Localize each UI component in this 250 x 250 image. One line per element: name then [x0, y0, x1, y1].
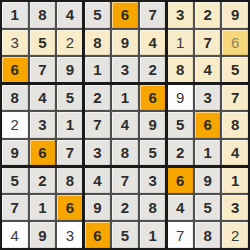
cell-r2c4[interactable]: 8: [85, 30, 111, 56]
cell-r1c2[interactable]: 8: [30, 2, 56, 28]
cell-r8c8[interactable]: 5: [195, 195, 221, 221]
cell-r8c2[interactable]: 1: [30, 195, 56, 221]
cell-r7c6[interactable]: 3: [140, 167, 166, 193]
cell-r5c9[interactable]: 8: [222, 112, 248, 138]
cell-r8c6[interactable]: 8: [140, 195, 166, 221]
sudoku-board: 1845673293528941766791328458452169372317…: [0, 0, 250, 250]
cell-r5c8[interactable]: 6: [195, 112, 221, 138]
cell-r6c6[interactable]: 5: [140, 140, 166, 166]
cell-r8c9[interactable]: 3: [222, 195, 248, 221]
cell-r4c2[interactable]: 4: [30, 85, 56, 111]
cell-r3c2[interactable]: 7: [30, 57, 56, 83]
cell-r8c1[interactable]: 7: [2, 195, 28, 221]
cell-r7c9[interactable]: 1: [222, 167, 248, 193]
cell-r6c1[interactable]: 9: [2, 140, 28, 166]
cell-r4c9[interactable]: 7: [222, 85, 248, 111]
cell-r2c3[interactable]: 2: [57, 30, 83, 56]
cell-r6c2[interactable]: 6: [30, 140, 56, 166]
cell-r1c9[interactable]: 9: [222, 2, 248, 28]
cell-r9c7[interactable]: 7: [167, 222, 193, 248]
cell-r7c5[interactable]: 7: [112, 167, 138, 193]
cell-r3c3[interactable]: 9: [57, 57, 83, 83]
cell-r6c7[interactable]: 2: [167, 140, 193, 166]
cell-r2c7[interactable]: 1: [167, 30, 193, 56]
cell-r7c1[interactable]: 5: [2, 167, 28, 193]
cell-r2c1[interactable]: 3: [2, 30, 28, 56]
cell-r2c8[interactable]: 7: [195, 30, 221, 56]
cell-r4c3[interactable]: 5: [57, 85, 83, 111]
cell-r4c8[interactable]: 3: [195, 85, 221, 111]
cell-r1c6[interactable]: 7: [140, 2, 166, 28]
cell-r9c6[interactable]: 1: [140, 222, 166, 248]
cell-r2c9[interactable]: 6: [222, 30, 248, 56]
cell-r1c7[interactable]: 3: [167, 2, 193, 28]
cell-r2c2[interactable]: 5: [30, 30, 56, 56]
cell-r9c5[interactable]: 5: [112, 222, 138, 248]
cell-r5c6[interactable]: 9: [140, 112, 166, 138]
cell-r1c5[interactable]: 6: [112, 2, 138, 28]
cell-r9c8[interactable]: 8: [195, 222, 221, 248]
cell-r5c5[interactable]: 4: [112, 112, 138, 138]
cell-r6c4[interactable]: 3: [85, 140, 111, 166]
cell-r3c7[interactable]: 8: [167, 57, 193, 83]
cell-r9c3[interactable]: 3: [57, 222, 83, 248]
cell-r1c3[interactable]: 4: [57, 2, 83, 28]
cell-r5c2[interactable]: 3: [30, 112, 56, 138]
cell-r9c4[interactable]: 6: [85, 222, 111, 248]
cell-r2c5[interactable]: 9: [112, 30, 138, 56]
cell-r4c1[interactable]: 8: [2, 85, 28, 111]
cell-r7c2[interactable]: 2: [30, 167, 56, 193]
cell-r7c8[interactable]: 9: [195, 167, 221, 193]
cell-r2c6[interactable]: 4: [140, 30, 166, 56]
cell-r5c4[interactable]: 7: [85, 112, 111, 138]
cell-r6c3[interactable]: 7: [57, 140, 83, 166]
cell-r3c5[interactable]: 3: [112, 57, 138, 83]
cell-r7c4[interactable]: 4: [85, 167, 111, 193]
cell-r1c1[interactable]: 1: [2, 2, 28, 28]
cell-r6c9[interactable]: 4: [222, 140, 248, 166]
cell-r6c8[interactable]: 1: [195, 140, 221, 166]
cell-r4c4[interactable]: 2: [85, 85, 111, 111]
cell-r8c7[interactable]: 4: [167, 195, 193, 221]
cell-r6c5[interactable]: 8: [112, 140, 138, 166]
cell-r8c4[interactable]: 9: [85, 195, 111, 221]
cell-r1c4[interactable]: 5: [85, 2, 111, 28]
cell-r9c1[interactable]: 4: [2, 222, 28, 248]
cell-r5c7[interactable]: 5: [167, 112, 193, 138]
cell-r4c5[interactable]: 1: [112, 85, 138, 111]
cell-r5c1[interactable]: 2: [2, 112, 28, 138]
cell-r8c5[interactable]: 2: [112, 195, 138, 221]
cell-r4c7[interactable]: 9: [167, 85, 193, 111]
cell-r7c3[interactable]: 8: [57, 167, 83, 193]
cell-r5c3[interactable]: 1: [57, 112, 83, 138]
cell-r4c6[interactable]: 6: [140, 85, 166, 111]
cell-r7c7[interactable]: 6: [167, 167, 193, 193]
cell-r8c3[interactable]: 6: [57, 195, 83, 221]
cell-r3c1[interactable]: 6: [2, 57, 28, 83]
cell-r3c8[interactable]: 4: [195, 57, 221, 83]
cell-r9c9[interactable]: 2: [222, 222, 248, 248]
cell-r3c9[interactable]: 5: [222, 57, 248, 83]
cell-r9c2[interactable]: 9: [30, 222, 56, 248]
cell-r3c4[interactable]: 1: [85, 57, 111, 83]
cell-r1c8[interactable]: 2: [195, 2, 221, 28]
cell-r3c6[interactable]: 2: [140, 57, 166, 83]
